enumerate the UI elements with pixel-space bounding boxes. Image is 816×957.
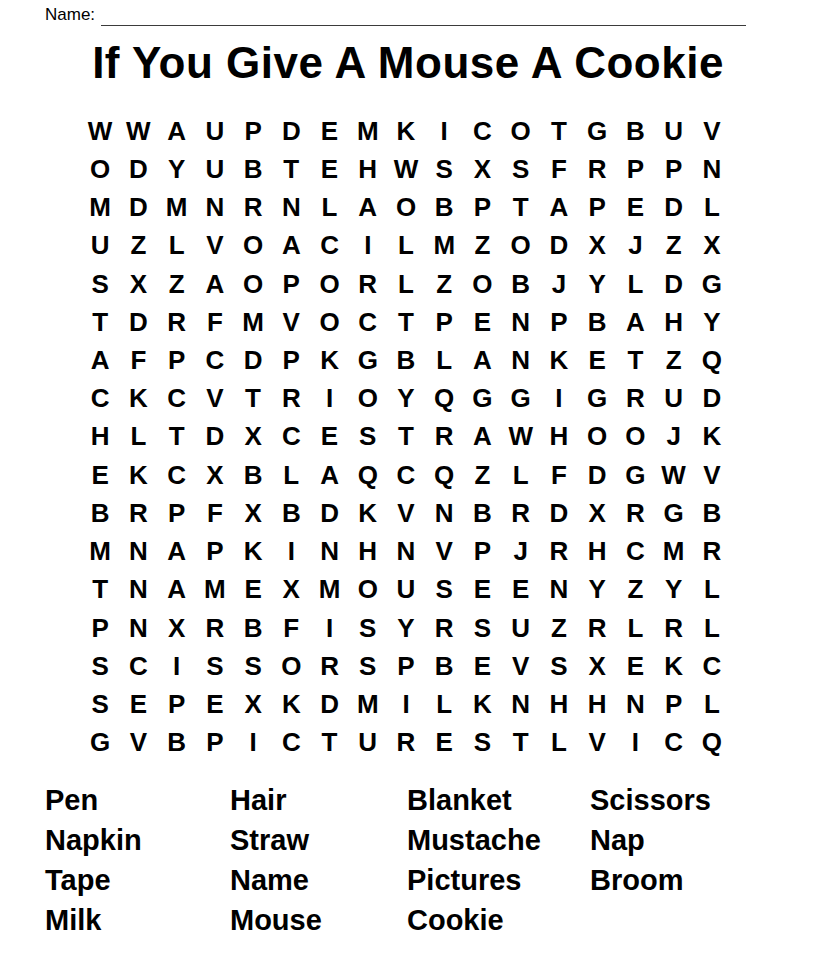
grid-cell-r13c2[interactable]: N xyxy=(119,571,157,609)
grid-cell-r12c13[interactable]: R xyxy=(540,533,578,571)
grid-cell-r9c7[interactable]: E xyxy=(310,418,348,456)
grid-cell-r9c6[interactable]: C xyxy=(272,418,310,456)
grid-cell-r5c6[interactable]: P xyxy=(272,265,310,303)
grid-cell-r6c13[interactable]: P xyxy=(540,303,578,341)
grid-cell-r4c9[interactable]: L xyxy=(387,227,425,265)
grid-cell-r15c14[interactable]: X xyxy=(578,647,616,685)
grid-cell-r8c1[interactable]: C xyxy=(81,380,119,418)
grid-cell-r8c4[interactable]: V xyxy=(196,380,234,418)
grid-cell-r4c6[interactable]: A xyxy=(272,227,310,265)
grid-cell-r9c9[interactable]: T xyxy=(387,418,425,456)
grid-cell-r7c4[interactable]: C xyxy=(196,341,234,379)
grid-cell-r3c11[interactable]: P xyxy=(463,188,501,226)
grid-cell-r4c16[interactable]: Z xyxy=(655,227,693,265)
grid-cell-r12c6[interactable]: I xyxy=(272,533,310,571)
grid-cell-r15c5[interactable]: S xyxy=(234,647,272,685)
grid-cell-r9c3[interactable]: T xyxy=(157,418,195,456)
grid-cell-r6c1[interactable]: T xyxy=(81,303,119,341)
grid-cell-r17c1[interactable]: G xyxy=(81,724,119,762)
grid-cell-r15c4[interactable]: S xyxy=(196,647,234,685)
grid-cell-r11c13[interactable]: D xyxy=(540,494,578,532)
grid-cell-r12c1[interactable]: M xyxy=(81,533,119,571)
grid-cell-r9c12[interactable]: W xyxy=(502,418,540,456)
grid-cell-r8c8[interactable]: O xyxy=(349,380,387,418)
grid-cell-r14c7[interactable]: I xyxy=(310,609,348,647)
grid-cell-r17c11[interactable]: S xyxy=(463,724,501,762)
grid-cell-r4c1[interactable]: U xyxy=(81,227,119,265)
grid-cell-r7c10[interactable]: L xyxy=(425,341,463,379)
grid-cell-r12c4[interactable]: P xyxy=(196,533,234,571)
grid-cell-r4c8[interactable]: I xyxy=(349,227,387,265)
grid-cell-r17c9[interactable]: R xyxy=(387,724,425,762)
grid-cell-r7c7[interactable]: K xyxy=(310,341,348,379)
grid-cell-r17c13[interactable]: L xyxy=(540,724,578,762)
grid-cell-r6c8[interactable]: C xyxy=(349,303,387,341)
grid-cell-r14c10[interactable]: R xyxy=(425,609,463,647)
grid-cell-r7c3[interactable]: P xyxy=(157,341,195,379)
grid-cell-r15c16[interactable]: K xyxy=(655,647,693,685)
grid-cell-r8c13[interactable]: I xyxy=(540,380,578,418)
grid-cell-r9c2[interactable]: L xyxy=(119,418,157,456)
grid-cell-r14c4[interactable]: R xyxy=(196,609,234,647)
grid-cell-r10c9[interactable]: C xyxy=(387,456,425,494)
grid-cell-r1c14[interactable]: G xyxy=(578,112,616,150)
grid-cell-r13c11[interactable]: E xyxy=(463,571,501,609)
grid-cell-r9c10[interactable]: R xyxy=(425,418,463,456)
grid-cell-r5c2[interactable]: X xyxy=(119,265,157,303)
grid-cell-r6c10[interactable]: P xyxy=(425,303,463,341)
grid-cell-r14c3[interactable]: X xyxy=(157,609,195,647)
grid-cell-r10c6[interactable]: L xyxy=(272,456,310,494)
grid-cell-r5c5[interactable]: O xyxy=(234,265,272,303)
grid-cell-r11c11[interactable]: B xyxy=(463,494,501,532)
grid-cell-r2c11[interactable]: X xyxy=(463,150,501,188)
grid-cell-r5c15[interactable]: L xyxy=(616,265,654,303)
grid-cell-r13c1[interactable]: T xyxy=(81,571,119,609)
grid-cell-r11c15[interactable]: R xyxy=(616,494,654,532)
grid-cell-r16c11[interactable]: K xyxy=(463,686,501,724)
grid-cell-r8c5[interactable]: T xyxy=(234,380,272,418)
grid-cell-r14c1[interactable]: P xyxy=(81,609,119,647)
grid-cell-r5c16[interactable]: D xyxy=(655,265,693,303)
grid-cell-r6c6[interactable]: V xyxy=(272,303,310,341)
grid-cell-r17c14[interactable]: V xyxy=(578,724,616,762)
grid-cell-r15c9[interactable]: P xyxy=(387,647,425,685)
grid-cell-r14c15[interactable]: L xyxy=(616,609,654,647)
grid-cell-r9c8[interactable]: S xyxy=(349,418,387,456)
word-pictures: Pictures xyxy=(407,860,590,900)
name-input-line[interactable] xyxy=(101,4,746,26)
grid-cell-r9c5[interactable]: X xyxy=(234,418,272,456)
grid-cell-r12c15[interactable]: C xyxy=(616,533,654,571)
grid-cell-r16c7[interactable]: D xyxy=(310,686,348,724)
grid-cell-r6c14[interactable]: B xyxy=(578,303,616,341)
grid-cell-r10c7[interactable]: A xyxy=(310,456,348,494)
grid-cell-r1c10[interactable]: I xyxy=(425,112,463,150)
grid-cell-r16c15[interactable]: N xyxy=(616,686,654,724)
grid-cell-r2c16[interactable]: P xyxy=(655,150,693,188)
grid-cell-r4c17[interactable]: X xyxy=(693,227,731,265)
grid-cell-r4c4[interactable]: V xyxy=(196,227,234,265)
grid-cell-r10c12[interactable]: L xyxy=(502,456,540,494)
grid-cell-r10c11[interactable]: Z xyxy=(463,456,501,494)
grid-cell-r8c9[interactable]: Y xyxy=(387,380,425,418)
grid-cell-r13c6[interactable]: X xyxy=(272,571,310,609)
grid-cell-r4c13[interactable]: D xyxy=(540,227,578,265)
grid-cell-r13c15[interactable]: Z xyxy=(616,571,654,609)
grid-cell-r6c11[interactable]: E xyxy=(463,303,501,341)
grid-cell-r7c12[interactable]: N xyxy=(502,341,540,379)
grid-cell-r8c12[interactable]: G xyxy=(502,380,540,418)
grid-cell-r4c7[interactable]: C xyxy=(310,227,348,265)
grid-cell-r6c2[interactable]: D xyxy=(119,303,157,341)
grid-cell-r15c12[interactable]: V xyxy=(502,647,540,685)
grid-cell-r9c4[interactable]: D xyxy=(196,418,234,456)
grid-cell-r3c2[interactable]: D xyxy=(119,188,157,226)
grid-cell-r14c8[interactable]: S xyxy=(349,609,387,647)
grid-cell-r12c7[interactable]: N xyxy=(310,533,348,571)
grid-cell-r7c16[interactable]: Z xyxy=(655,341,693,379)
grid-cell-r1c17[interactable]: V xyxy=(693,112,731,150)
grid-cell-r8c7[interactable]: I xyxy=(310,380,348,418)
grid-cell-r3c3[interactable]: M xyxy=(157,188,195,226)
grid-cell-r11c14[interactable]: X xyxy=(578,494,616,532)
word-napkin: Napkin xyxy=(45,820,230,860)
grid-cell-r12c14[interactable]: H xyxy=(578,533,616,571)
grid-cell-r1c2[interactable]: W xyxy=(119,112,157,150)
grid-cell-r1c8[interactable]: M xyxy=(349,112,387,150)
grid-cell-r12c12[interactable]: J xyxy=(502,533,540,571)
grid-cell-r8c17[interactable]: D xyxy=(693,380,731,418)
grid-cell-r3c12[interactable]: T xyxy=(502,188,540,226)
grid-cell-r7c13[interactable]: K xyxy=(540,341,578,379)
name-label: Name: xyxy=(45,4,95,26)
grid-cell-r10c14[interactable]: D xyxy=(578,456,616,494)
grid-cell-r6c16[interactable]: H xyxy=(655,303,693,341)
grid-cell-r7c17[interactable]: Q xyxy=(693,341,731,379)
grid-cell-r15c13[interactable]: S xyxy=(540,647,578,685)
grid-cell-r8c14[interactable]: G xyxy=(578,380,616,418)
grid-cell-r9c11[interactable]: A xyxy=(463,418,501,456)
grid-cell-r1c7[interactable]: E xyxy=(310,112,348,150)
grid-cell-r4c3[interactable]: L xyxy=(157,227,195,265)
grid-cell-r14c16[interactable]: R xyxy=(655,609,693,647)
grid-cell-r10c1[interactable]: E xyxy=(81,456,119,494)
grid-cell-r7c14[interactable]: E xyxy=(578,341,616,379)
grid-cell-r11c9[interactable]: V xyxy=(387,494,425,532)
grid-cell-r13c3[interactable]: A xyxy=(157,571,195,609)
grid-cell-r10c2[interactable]: K xyxy=(119,456,157,494)
grid-cell-r10c5[interactable]: B xyxy=(234,456,272,494)
grid-cell-r17c16[interactable]: C xyxy=(655,724,693,762)
grid-cell-r13c17[interactable]: L xyxy=(693,571,731,609)
grid-cell-r14c12[interactable]: U xyxy=(502,609,540,647)
grid-cell-r14c17[interactable]: L xyxy=(693,609,731,647)
grid-cell-r7c6[interactable]: P xyxy=(272,341,310,379)
grid-cell-r3c4[interactable]: N xyxy=(196,188,234,226)
grid-cell-r4c10[interactable]: M xyxy=(425,227,463,265)
grid-cell-r16c1[interactable]: S xyxy=(81,686,119,724)
grid-cell-r15c17[interactable]: C xyxy=(693,647,731,685)
grid-cell-r8c15[interactable]: R xyxy=(616,380,654,418)
grid-cell-r11c16[interactable]: G xyxy=(655,494,693,532)
grid-cell-r7c8[interactable]: G xyxy=(349,341,387,379)
grid-cell-r17c8[interactable]: U xyxy=(349,724,387,762)
grid-cell-r16c5[interactable]: X xyxy=(234,686,272,724)
grid-cell-r4c14[interactable]: X xyxy=(578,227,616,265)
grid-cell-r9c14[interactable]: O xyxy=(578,418,616,456)
grid-cell-r1c9[interactable]: K xyxy=(387,112,425,150)
grid-cell-r2c4[interactable]: U xyxy=(196,150,234,188)
grid-cell-r10c4[interactable]: X xyxy=(196,456,234,494)
grid-cell-r3c9[interactable]: O xyxy=(387,188,425,226)
grid-cell-r7c1[interactable]: A xyxy=(81,341,119,379)
grid-cell-r12c17[interactable]: R xyxy=(693,533,731,571)
grid-cell-r16c4[interactable]: E xyxy=(196,686,234,724)
word-list-column-3: BlanketMustachePicturesCookie xyxy=(407,780,590,940)
grid-cell-r5c10[interactable]: Z xyxy=(425,265,463,303)
grid-cell-r14c6[interactable]: F xyxy=(272,609,310,647)
grid-cell-r3c1[interactable]: M xyxy=(81,188,119,226)
grid-cell-r5c3[interactable]: Z xyxy=(157,265,195,303)
grid-cell-r2c3[interactable]: Y xyxy=(157,150,195,188)
word-scissors: Scissors xyxy=(590,780,711,820)
grid-cell-r13c7[interactable]: M xyxy=(310,571,348,609)
grid-cell-r5c12[interactable]: B xyxy=(502,265,540,303)
grid-cell-r2c1[interactable]: O xyxy=(81,150,119,188)
grid-cell-r3c8[interactable]: A xyxy=(349,188,387,226)
grid-cell-r15c3[interactable]: I xyxy=(157,647,195,685)
grid-cell-r1c13[interactable]: T xyxy=(540,112,578,150)
grid-cell-r17c17[interactable]: Q xyxy=(693,724,731,762)
grid-cell-r17c2[interactable]: V xyxy=(119,724,157,762)
grid-cell-r15c2[interactable]: C xyxy=(119,647,157,685)
grid-cell-r16c8[interactable]: M xyxy=(349,686,387,724)
grid-cell-r11c3[interactable]: P xyxy=(157,494,195,532)
grid-cell-r6c5[interactable]: M xyxy=(234,303,272,341)
grid-cell-r1c16[interactable]: U xyxy=(655,112,693,150)
grid-cell-r11c17[interactable]: B xyxy=(693,494,731,532)
grid-cell-r10c16[interactable]: W xyxy=(655,456,693,494)
grid-cell-r3c6[interactable]: N xyxy=(272,188,310,226)
grid-cell-r5c1[interactable]: S xyxy=(81,265,119,303)
word-mouse: Mouse xyxy=(230,900,407,940)
grid-cell-r10c10[interactable]: Q xyxy=(425,456,463,494)
grid-cell-r1c12[interactable]: O xyxy=(502,112,540,150)
grid-cell-r5c4[interactable]: A xyxy=(196,265,234,303)
grid-cell-r7c2[interactable]: F xyxy=(119,341,157,379)
grid-cell-r2c13[interactable]: F xyxy=(540,150,578,188)
grid-cell-r10c13[interactable]: F xyxy=(540,456,578,494)
grid-cell-r13c13[interactable]: N xyxy=(540,571,578,609)
grid-cell-r3c5[interactable]: R xyxy=(234,188,272,226)
grid-cell-r2c17[interactable]: N xyxy=(693,150,731,188)
grid-cell-r3c16[interactable]: D xyxy=(655,188,693,226)
grid-cell-r5c11[interactable]: O xyxy=(463,265,501,303)
grid-cell-r10c8[interactable]: Q xyxy=(349,456,387,494)
grid-cell-r17c12[interactable]: T xyxy=(502,724,540,762)
grid-cell-r7c9[interactable]: B xyxy=(387,341,425,379)
grid-cell-r9c13[interactable]: H xyxy=(540,418,578,456)
word-list-column-4: ScissorsNapBroom xyxy=(590,780,711,900)
grid-cell-r14c2[interactable]: N xyxy=(119,609,157,647)
grid-cell-r1c15[interactable]: B xyxy=(616,112,654,150)
grid-cell-r10c15[interactable]: G xyxy=(616,456,654,494)
grid-cell-r2c5[interactable]: B xyxy=(234,150,272,188)
grid-cell-r1c3[interactable]: A xyxy=(157,112,195,150)
grid-cell-r13c9[interactable]: U xyxy=(387,571,425,609)
grid-cell-r10c17[interactable]: V xyxy=(693,456,731,494)
grid-cell-r15c11[interactable]: E xyxy=(463,647,501,685)
grid-cell-r9c16[interactable]: J xyxy=(655,418,693,456)
grid-cell-r2c10[interactable]: S xyxy=(425,150,463,188)
grid-cell-r15c7[interactable]: R xyxy=(310,647,348,685)
grid-cell-r3c7[interactable]: L xyxy=(310,188,348,226)
grid-cell-r12c16[interactable]: M xyxy=(655,533,693,571)
grid-cell-r11c5[interactable]: X xyxy=(234,494,272,532)
grid-cell-r3c10[interactable]: B xyxy=(425,188,463,226)
grid-cell-r12c10[interactable]: V xyxy=(425,533,463,571)
grid-cell-r8c10[interactable]: Q xyxy=(425,380,463,418)
grid-cell-r2c9[interactable]: W xyxy=(387,150,425,188)
grid-cell-r2c8[interactable]: H xyxy=(349,150,387,188)
grid-cell-r13c8[interactable]: O xyxy=(349,571,387,609)
grid-cell-r12c2[interactable]: N xyxy=(119,533,157,571)
grid-cell-r1c11[interactable]: C xyxy=(463,112,501,150)
grid-cell-r16c12[interactable]: N xyxy=(502,686,540,724)
grid-cell-r8c3[interactable]: C xyxy=(157,380,195,418)
grid-cell-r3c17[interactable]: L xyxy=(693,188,731,226)
grid-cell-r8c6[interactable]: R xyxy=(272,380,310,418)
grid-cell-r7c5[interactable]: D xyxy=(234,341,272,379)
grid-cell-r15c6[interactable]: O xyxy=(272,647,310,685)
grid-cell-r5c8[interactable]: R xyxy=(349,265,387,303)
grid-cell-r15c8[interactable]: S xyxy=(349,647,387,685)
grid-cell-r2c2[interactable]: D xyxy=(119,150,157,188)
grid-cell-r2c6[interactable]: T xyxy=(272,150,310,188)
grid-cell-r11c1[interactable]: B xyxy=(81,494,119,532)
grid-cell-r13c12[interactable]: E xyxy=(502,571,540,609)
grid-cell-r6c9[interactable]: T xyxy=(387,303,425,341)
grid-cell-r11c4[interactable]: F xyxy=(196,494,234,532)
grid-cell-r8c2[interactable]: K xyxy=(119,380,157,418)
grid-cell-r9c15[interactable]: O xyxy=(616,418,654,456)
grid-cell-r5c13[interactable]: J xyxy=(540,265,578,303)
grid-cell-r4c2[interactable]: Z xyxy=(119,227,157,265)
grid-cell-r4c12[interactable]: O xyxy=(502,227,540,265)
grid-cell-r16c17[interactable]: L xyxy=(693,686,731,724)
word-hair: Hair xyxy=(230,780,407,820)
grid-cell-r11c8[interactable]: K xyxy=(349,494,387,532)
word-name: Name xyxy=(230,860,407,900)
grid-cell-r16c9[interactable]: I xyxy=(387,686,425,724)
grid-cell-r10c3[interactable]: C xyxy=(157,456,195,494)
grid-cell-r5c7[interactable]: O xyxy=(310,265,348,303)
grid-cell-r16c13[interactable]: H xyxy=(540,686,578,724)
grid-cell-r17c10[interactable]: E xyxy=(425,724,463,762)
grid-cell-r12c11[interactable]: P xyxy=(463,533,501,571)
grid-cell-r16c16[interactable]: P xyxy=(655,686,693,724)
grid-cell-r17c15[interactable]: I xyxy=(616,724,654,762)
grid-cell-r16c10[interactable]: L xyxy=(425,686,463,724)
grid-cell-r14c9[interactable]: Y xyxy=(387,609,425,647)
grid-cell-r3c14[interactable]: P xyxy=(578,188,616,226)
grid-cell-r5c17[interactable]: G xyxy=(693,265,731,303)
grid-cell-r16c3[interactable]: P xyxy=(157,686,195,724)
grid-cell-r6c4[interactable]: F xyxy=(196,303,234,341)
grid-cell-r11c2[interactable]: R xyxy=(119,494,157,532)
grid-cell-r15c1[interactable]: S xyxy=(81,647,119,685)
grid-cell-r2c14[interactable]: R xyxy=(578,150,616,188)
grid-cell-r11c10[interactable]: N xyxy=(425,494,463,532)
grid-cell-r4c5[interactable]: O xyxy=(234,227,272,265)
grid-cell-r7c11[interactable]: A xyxy=(463,341,501,379)
grid-cell-r1c4[interactable]: U xyxy=(196,112,234,150)
grid-cell-r12c9[interactable]: N xyxy=(387,533,425,571)
grid-cell-r16c14[interactable]: H xyxy=(578,686,616,724)
grid-cell-r13c14[interactable]: Y xyxy=(578,571,616,609)
grid-cell-r14c14[interactable]: R xyxy=(578,609,616,647)
grid-cell-r11c6[interactable]: B xyxy=(272,494,310,532)
grid-cell-r15c10[interactable]: B xyxy=(425,647,463,685)
grid-cell-r11c12[interactable]: R xyxy=(502,494,540,532)
grid-cell-r2c15[interactable]: P xyxy=(616,150,654,188)
grid-cell-r2c12[interactable]: S xyxy=(502,150,540,188)
grid-cell-r17c6[interactable]: C xyxy=(272,724,310,762)
grid-cell-r4c11[interactable]: Z xyxy=(463,227,501,265)
grid-cell-r6c15[interactable]: A xyxy=(616,303,654,341)
grid-cell-r4c15[interactable]: J xyxy=(616,227,654,265)
grid-cell-r11c7[interactable]: D xyxy=(310,494,348,532)
grid-cell-r17c7[interactable]: T xyxy=(310,724,348,762)
grid-cell-r5c9[interactable]: L xyxy=(387,265,425,303)
grid-cell-r13c4[interactable]: M xyxy=(196,571,234,609)
grid-cell-r3c15[interactable]: E xyxy=(616,188,654,226)
grid-cell-r6c12[interactable]: N xyxy=(502,303,540,341)
grid-cell-r8c11[interactable]: G xyxy=(463,380,501,418)
grid-cell-r14c11[interactable]: S xyxy=(463,609,501,647)
grid-cell-r14c5[interactable]: B xyxy=(234,609,272,647)
grid-cell-r16c2[interactable]: E xyxy=(119,686,157,724)
grid-cell-r17c4[interactable]: P xyxy=(196,724,234,762)
grid-cell-r13c16[interactable]: Y xyxy=(655,571,693,609)
grid-cell-r1c5[interactable]: P xyxy=(234,112,272,150)
grid-cell-r9c1[interactable]: H xyxy=(81,418,119,456)
grid-cell-r9c17[interactable]: K xyxy=(693,418,731,456)
grid-cell-r17c3[interactable]: B xyxy=(157,724,195,762)
grid-cell-r17c5[interactable]: I xyxy=(234,724,272,762)
grid-cell-r7c15[interactable]: T xyxy=(616,341,654,379)
grid-cell-r2c7[interactable]: E xyxy=(310,150,348,188)
grid-cell-r6c17[interactable]: Y xyxy=(693,303,731,341)
grid-cell-r1c1[interactable]: W xyxy=(81,112,119,150)
grid-cell-r15c15[interactable]: E xyxy=(616,647,654,685)
grid-cell-r6c3[interactable]: R xyxy=(157,303,195,341)
grid-cell-r12c8[interactable]: H xyxy=(349,533,387,571)
grid-cell-r13c10[interactable]: S xyxy=(425,571,463,609)
grid-cell-r1c6[interactable]: D xyxy=(272,112,310,150)
puzzle-title: If You Give A Mouse A Cookie xyxy=(0,38,816,88)
grid-cell-r6c7[interactable]: O xyxy=(310,303,348,341)
grid-cell-r5c14[interactable]: Y xyxy=(578,265,616,303)
grid-cell-r3c13[interactable]: A xyxy=(540,188,578,226)
grid-cell-r13c5[interactable]: E xyxy=(234,571,272,609)
grid-cell-r16c6[interactable]: K xyxy=(272,686,310,724)
grid-cell-r12c3[interactable]: A xyxy=(157,533,195,571)
grid-cell-r12c5[interactable]: K xyxy=(234,533,272,571)
grid-cell-r8c16[interactable]: U xyxy=(655,380,693,418)
grid-cell-r14c13[interactable]: Z xyxy=(540,609,578,647)
